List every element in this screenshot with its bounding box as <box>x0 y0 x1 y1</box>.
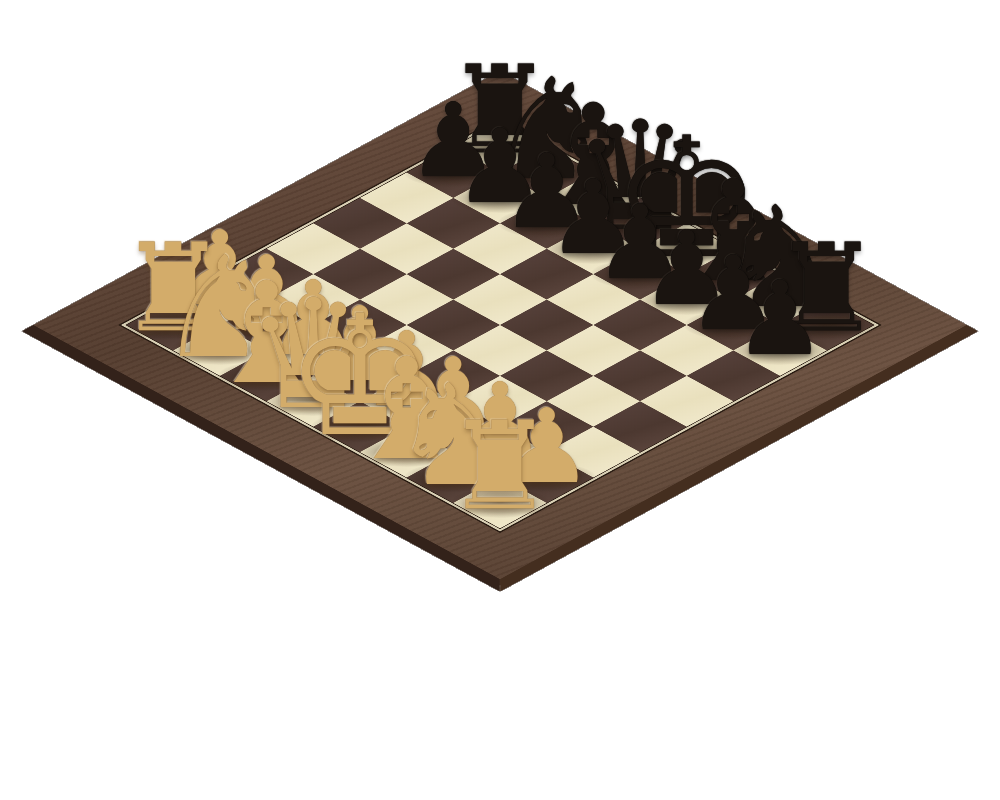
square-a8[interactable] <box>453 122 546 173</box>
chess-set-photo: ♜♞♝♛♚♝♞♜♟♟♟♟♟♟♟♟♟♟♟♟♟♟♟♟♜♞♝♛♚♝♞♜ <box>0 0 1000 800</box>
board-play-area <box>127 122 874 529</box>
chess-board <box>22 71 978 592</box>
board-scene <box>0 0 1000 800</box>
